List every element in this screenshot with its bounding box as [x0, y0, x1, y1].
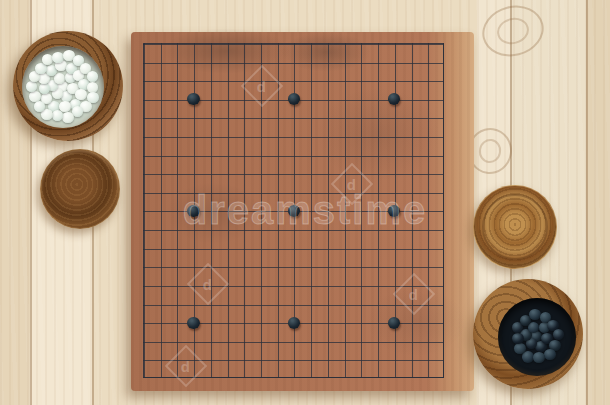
intersection-F18[interactable]	[219, 53, 236, 72]
intersection-K16[interactable]	[286, 90, 303, 109]
intersection-S18[interactable]	[419, 53, 436, 72]
intersection-L11[interactable]	[302, 183, 319, 202]
intersection-E16[interactable]	[202, 90, 219, 109]
intersection-H18[interactable]	[252, 53, 269, 72]
intersection-B3[interactable]	[152, 332, 169, 351]
intersection-N15[interactable]	[336, 109, 353, 128]
intersection-D13[interactable]	[185, 146, 202, 165]
intersection-N17[interactable]	[336, 71, 353, 90]
intersection-R13[interactable]	[403, 146, 420, 165]
intersection-J5[interactable]	[269, 295, 286, 314]
intersection-O16[interactable]	[352, 90, 369, 109]
intersection-C14[interactable]	[169, 127, 186, 146]
intersection-S10[interactable]	[419, 202, 436, 221]
intersection-C8[interactable]	[169, 239, 186, 258]
intersection-O4[interactable]	[352, 313, 369, 332]
intersection-Q16[interactable]	[386, 90, 403, 109]
intersection-L18[interactable]	[302, 53, 319, 72]
intersection-S14[interactable]	[419, 127, 436, 146]
intersection-P8[interactable]	[369, 239, 386, 258]
intersection-F7[interactable]	[219, 258, 236, 277]
intersection-A10[interactable]	[135, 202, 152, 221]
intersection-A15[interactable]	[135, 109, 152, 128]
intersection-G16[interactable]	[235, 90, 252, 109]
intersection-P3[interactable]	[369, 332, 386, 351]
intersection-Q18[interactable]	[386, 53, 403, 72]
intersection-G14[interactable]	[235, 127, 252, 146]
intersection-N10[interactable]	[336, 202, 353, 221]
intersection-F6[interactable]	[219, 276, 236, 295]
intersection-E10[interactable]	[202, 202, 219, 221]
intersection-D1[interactable]	[185, 369, 202, 388]
intersection-J14[interactable]	[269, 127, 286, 146]
intersection-S9[interactable]	[419, 220, 436, 239]
intersection-B6[interactable]	[152, 276, 169, 295]
intersection-E6[interactable]	[202, 276, 219, 295]
intersection-R3[interactable]	[403, 332, 420, 351]
intersection-Q1[interactable]	[386, 369, 403, 388]
intersection-S8[interactable]	[419, 239, 436, 258]
intersection-M5[interactable]	[319, 295, 336, 314]
intersection-J16[interactable]	[269, 90, 286, 109]
intersection-O17[interactable]	[352, 71, 369, 90]
intersection-C18[interactable]	[169, 53, 186, 72]
intersection-P17[interactable]	[369, 71, 386, 90]
intersection-E2[interactable]	[202, 351, 219, 370]
intersection-L6[interactable]	[302, 276, 319, 295]
intersection-N13[interactable]	[336, 146, 353, 165]
intersection-A16[interactable]	[135, 90, 152, 109]
intersection-K18[interactable]	[286, 53, 303, 72]
intersection-A8[interactable]	[135, 239, 152, 258]
intersection-E11[interactable]	[202, 183, 219, 202]
intersection-E14[interactable]	[202, 127, 219, 146]
intersection-R16[interactable]	[403, 90, 420, 109]
intersection-P14[interactable]	[369, 127, 386, 146]
intersection-T15[interactable]	[436, 109, 453, 128]
intersection-C1[interactable]	[169, 369, 186, 388]
intersection-Q13[interactable]	[386, 146, 403, 165]
intersection-E19[interactable]	[202, 34, 219, 53]
intersection-L13[interactable]	[302, 146, 319, 165]
intersection-R7[interactable]	[403, 258, 420, 277]
intersection-J6[interactable]	[269, 276, 286, 295]
intersection-J12[interactable]	[269, 164, 286, 183]
intersection-H19[interactable]	[252, 34, 269, 53]
intersection-M4[interactable]	[319, 313, 336, 332]
intersection-C7[interactable]	[169, 258, 186, 277]
intersection-O14[interactable]	[352, 127, 369, 146]
intersection-J18[interactable]	[269, 53, 286, 72]
intersection-B18[interactable]	[152, 53, 169, 72]
intersection-G5[interactable]	[235, 295, 252, 314]
intersection-J8[interactable]	[269, 239, 286, 258]
intersection-A17[interactable]	[135, 71, 152, 90]
intersection-J9[interactable]	[269, 220, 286, 239]
intersection-F16[interactable]	[219, 90, 236, 109]
intersection-D12[interactable]	[185, 164, 202, 183]
intersection-C4[interactable]	[169, 313, 186, 332]
intersection-D3[interactable]	[185, 332, 202, 351]
intersection-S4[interactable]	[419, 313, 436, 332]
intersection-Q8[interactable]	[386, 239, 403, 258]
intersection-N8[interactable]	[336, 239, 353, 258]
intersection-L10[interactable]	[302, 202, 319, 221]
intersection-K19[interactable]	[286, 34, 303, 53]
intersection-T8[interactable]	[436, 239, 453, 258]
intersection-M7[interactable]	[319, 258, 336, 277]
intersection-P18[interactable]	[369, 53, 386, 72]
intersection-H2[interactable]	[252, 351, 269, 370]
intersection-T7[interactable]	[436, 258, 453, 277]
intersection-L7[interactable]	[302, 258, 319, 277]
intersection-S5[interactable]	[419, 295, 436, 314]
intersection-B10[interactable]	[152, 202, 169, 221]
intersection-E5[interactable]	[202, 295, 219, 314]
intersection-O8[interactable]	[352, 239, 369, 258]
intersection-P4[interactable]	[369, 313, 386, 332]
intersection-D16[interactable]	[185, 90, 202, 109]
intersection-Q11[interactable]	[386, 183, 403, 202]
intersection-J4[interactable]	[269, 313, 286, 332]
intersection-E18[interactable]	[202, 53, 219, 72]
intersection-S7[interactable]	[419, 258, 436, 277]
intersection-T3[interactable]	[436, 332, 453, 351]
intersection-E17[interactable]	[202, 71, 219, 90]
intersection-N4[interactable]	[336, 313, 353, 332]
intersection-F17[interactable]	[219, 71, 236, 90]
intersection-J11[interactable]	[269, 183, 286, 202]
intersection-D7[interactable]	[185, 258, 202, 277]
intersection-K12[interactable]	[286, 164, 303, 183]
intersection-L14[interactable]	[302, 127, 319, 146]
intersection-E15[interactable]	[202, 109, 219, 128]
intersection-L12[interactable]	[302, 164, 319, 183]
intersection-T4[interactable]	[436, 313, 453, 332]
intersection-H16[interactable]	[252, 90, 269, 109]
intersection-A12[interactable]	[135, 164, 152, 183]
intersection-F5[interactable]	[219, 295, 236, 314]
intersection-N19[interactable]	[336, 34, 353, 53]
intersection-R9[interactable]	[403, 220, 420, 239]
intersection-S17[interactable]	[419, 71, 436, 90]
intersection-L9[interactable]	[302, 220, 319, 239]
intersection-K1[interactable]	[286, 369, 303, 388]
intersection-H6[interactable]	[252, 276, 269, 295]
intersection-N9[interactable]	[336, 220, 353, 239]
intersection-A14[interactable]	[135, 127, 152, 146]
intersection-S19[interactable]	[419, 34, 436, 53]
intersection-L16[interactable]	[302, 90, 319, 109]
intersection-E12[interactable]	[202, 164, 219, 183]
intersection-M19[interactable]	[319, 34, 336, 53]
intersection-S13[interactable]	[419, 146, 436, 165]
intersection-K6[interactable]	[286, 276, 303, 295]
intersection-M8[interactable]	[319, 239, 336, 258]
intersection-L5[interactable]	[302, 295, 319, 314]
intersection-F8[interactable]	[219, 239, 236, 258]
intersection-P7[interactable]	[369, 258, 386, 277]
intersection-C17[interactable]	[169, 71, 186, 90]
intersection-L1[interactable]	[302, 369, 319, 388]
intersection-P10[interactable]	[369, 202, 386, 221]
intersection-E4[interactable]	[202, 313, 219, 332]
intersection-R5[interactable]	[403, 295, 420, 314]
intersection-Q7[interactable]	[386, 258, 403, 277]
intersection-N12[interactable]	[336, 164, 353, 183]
intersection-C12[interactable]	[169, 164, 186, 183]
intersection-K13[interactable]	[286, 146, 303, 165]
intersection-R18[interactable]	[403, 53, 420, 72]
intersection-A7[interactable]	[135, 258, 152, 277]
intersection-K2[interactable]	[286, 351, 303, 370]
intersection-B19[interactable]	[152, 34, 169, 53]
intersection-K7[interactable]	[286, 258, 303, 277]
intersection-C2[interactable]	[169, 351, 186, 370]
intersection-O11[interactable]	[352, 183, 369, 202]
intersection-N2[interactable]	[336, 351, 353, 370]
intersection-M6[interactable]	[319, 276, 336, 295]
intersection-G4[interactable]	[235, 313, 252, 332]
intersection-K9[interactable]	[286, 220, 303, 239]
intersection-B14[interactable]	[152, 127, 169, 146]
intersection-D14[interactable]	[185, 127, 202, 146]
intersection-M14[interactable]	[319, 127, 336, 146]
intersection-L3[interactable]	[302, 332, 319, 351]
intersection-C13[interactable]	[169, 146, 186, 165]
intersection-F2[interactable]	[219, 351, 236, 370]
intersection-C10[interactable]	[169, 202, 186, 221]
intersection-A2[interactable]	[135, 351, 152, 370]
intersection-A11[interactable]	[135, 183, 152, 202]
intersection-J1[interactable]	[269, 369, 286, 388]
intersection-O7[interactable]	[352, 258, 369, 277]
intersection-B13[interactable]	[152, 146, 169, 165]
intersection-J13[interactable]	[269, 146, 286, 165]
intersection-O9[interactable]	[352, 220, 369, 239]
intersection-H14[interactable]	[252, 127, 269, 146]
intersection-R8[interactable]	[403, 239, 420, 258]
intersection-H8[interactable]	[252, 239, 269, 258]
intersection-N7[interactable]	[336, 258, 353, 277]
intersection-F13[interactable]	[219, 146, 236, 165]
intersection-C5[interactable]	[169, 295, 186, 314]
intersection-K3[interactable]	[286, 332, 303, 351]
intersection-Q3[interactable]	[386, 332, 403, 351]
intersection-M13[interactable]	[319, 146, 336, 165]
intersection-Q2[interactable]	[386, 351, 403, 370]
intersection-N5[interactable]	[336, 295, 353, 314]
intersection-E8[interactable]	[202, 239, 219, 258]
intersection-T11[interactable]	[436, 183, 453, 202]
intersection-F1[interactable]	[219, 369, 236, 388]
intersection-O6[interactable]	[352, 276, 369, 295]
intersection-M10[interactable]	[319, 202, 336, 221]
intersection-S15[interactable]	[419, 109, 436, 128]
intersection-J7[interactable]	[269, 258, 286, 277]
intersection-Q12[interactable]	[386, 164, 403, 183]
intersection-Q19[interactable]	[386, 34, 403, 53]
intersection-G17[interactable]	[235, 71, 252, 90]
intersection-T18[interactable]	[436, 53, 453, 72]
intersection-K10[interactable]	[286, 202, 303, 221]
intersection-G11[interactable]	[235, 183, 252, 202]
intersection-F19[interactable]	[219, 34, 236, 53]
intersection-F15[interactable]	[219, 109, 236, 128]
intersection-H12[interactable]	[252, 164, 269, 183]
intersection-S12[interactable]	[419, 164, 436, 183]
intersection-A1[interactable]	[135, 369, 152, 388]
intersection-E7[interactable]	[202, 258, 219, 277]
intersection-A19[interactable]	[135, 34, 152, 53]
intersection-T19[interactable]	[436, 34, 453, 53]
intersection-F12[interactable]	[219, 164, 236, 183]
intersection-C19[interactable]	[169, 34, 186, 53]
intersection-K8[interactable]	[286, 239, 303, 258]
intersection-G7[interactable]	[235, 258, 252, 277]
intersection-T14[interactable]	[436, 127, 453, 146]
intersection-C6[interactable]	[169, 276, 186, 295]
intersection-D17[interactable]	[185, 71, 202, 90]
intersection-G19[interactable]	[235, 34, 252, 53]
intersection-C16[interactable]	[169, 90, 186, 109]
intersection-B17[interactable]	[152, 71, 169, 90]
intersection-P5[interactable]	[369, 295, 386, 314]
intersection-B11[interactable]	[152, 183, 169, 202]
intersection-A3[interactable]	[135, 332, 152, 351]
intersection-G12[interactable]	[235, 164, 252, 183]
intersection-R10[interactable]	[403, 202, 420, 221]
intersection-M15[interactable]	[319, 109, 336, 128]
intersection-L8[interactable]	[302, 239, 319, 258]
intersection-L19[interactable]	[302, 34, 319, 53]
intersection-G9[interactable]	[235, 220, 252, 239]
intersection-M18[interactable]	[319, 53, 336, 72]
intersection-G13[interactable]	[235, 146, 252, 165]
intersection-Q4[interactable]	[386, 313, 403, 332]
intersection-G8[interactable]	[235, 239, 252, 258]
intersection-B9[interactable]	[152, 220, 169, 239]
intersection-P11[interactable]	[369, 183, 386, 202]
intersection-R11[interactable]	[403, 183, 420, 202]
intersection-N1[interactable]	[336, 369, 353, 388]
intersection-G1[interactable]	[235, 369, 252, 388]
intersection-G15[interactable]	[235, 109, 252, 128]
intersection-H4[interactable]	[252, 313, 269, 332]
intersection-S1[interactable]	[419, 369, 436, 388]
intersection-L15[interactable]	[302, 109, 319, 128]
intersection-A18[interactable]	[135, 53, 152, 72]
intersection-D15[interactable]	[185, 109, 202, 128]
intersection-B7[interactable]	[152, 258, 169, 277]
intersection-R19[interactable]	[403, 34, 420, 53]
intersection-K17[interactable]	[286, 71, 303, 90]
intersection-K11[interactable]	[286, 183, 303, 202]
intersection-B12[interactable]	[152, 164, 169, 183]
intersection-E3[interactable]	[202, 332, 219, 351]
intersection-O13[interactable]	[352, 146, 369, 165]
intersection-N6[interactable]	[336, 276, 353, 295]
intersection-K4[interactable]	[286, 313, 303, 332]
intersection-D11[interactable]	[185, 183, 202, 202]
intersection-O3[interactable]	[352, 332, 369, 351]
intersection-S2[interactable]	[419, 351, 436, 370]
intersection-K14[interactable]	[286, 127, 303, 146]
intersection-P13[interactable]	[369, 146, 386, 165]
intersection-E13[interactable]	[202, 146, 219, 165]
intersection-O1[interactable]	[352, 369, 369, 388]
intersection-C9[interactable]	[169, 220, 186, 239]
intersection-Q9[interactable]	[386, 220, 403, 239]
intersection-M17[interactable]	[319, 71, 336, 90]
intersection-L17[interactable]	[302, 71, 319, 90]
intersection-P2[interactable]	[369, 351, 386, 370]
intersection-N11[interactable]	[336, 183, 353, 202]
intersection-A4[interactable]	[135, 313, 152, 332]
intersection-H7[interactable]	[252, 258, 269, 277]
intersection-R14[interactable]	[403, 127, 420, 146]
intersection-A6[interactable]	[135, 276, 152, 295]
intersection-H17[interactable]	[252, 71, 269, 90]
intersection-J2[interactable]	[269, 351, 286, 370]
intersection-H3[interactable]	[252, 332, 269, 351]
intersection-H10[interactable]	[252, 202, 269, 221]
intersection-S6[interactable]	[419, 276, 436, 295]
intersection-J15[interactable]	[269, 109, 286, 128]
intersection-H9[interactable]	[252, 220, 269, 239]
intersection-F9[interactable]	[219, 220, 236, 239]
intersection-N3[interactable]	[336, 332, 353, 351]
intersection-D4[interactable]	[185, 313, 202, 332]
intersection-C15[interactable]	[169, 109, 186, 128]
intersection-B4[interactable]	[152, 313, 169, 332]
intersection-H13[interactable]	[252, 146, 269, 165]
intersection-E9[interactable]	[202, 220, 219, 239]
intersection-T9[interactable]	[436, 220, 453, 239]
intersection-P6[interactable]	[369, 276, 386, 295]
intersection-T12[interactable]	[436, 164, 453, 183]
intersection-R1[interactable]	[403, 369, 420, 388]
intersection-B8[interactable]	[152, 239, 169, 258]
intersection-R15[interactable]	[403, 109, 420, 128]
intersection-A13[interactable]	[135, 146, 152, 165]
intersection-Q6[interactable]	[386, 276, 403, 295]
intersection-F11[interactable]	[219, 183, 236, 202]
intersection-T10[interactable]	[436, 202, 453, 221]
intersection-M2[interactable]	[319, 351, 336, 370]
intersection-P9[interactable]	[369, 220, 386, 239]
intersection-T13[interactable]	[436, 146, 453, 165]
intersection-D2[interactable]	[185, 351, 202, 370]
intersection-D9[interactable]	[185, 220, 202, 239]
intersection-Q10[interactable]	[386, 202, 403, 221]
intersection-S11[interactable]	[419, 183, 436, 202]
intersection-N14[interactable]	[336, 127, 353, 146]
intersection-J10[interactable]	[269, 202, 286, 221]
intersection-J17[interactable]	[269, 71, 286, 90]
intersection-D18[interactable]	[185, 53, 202, 72]
intersection-L4[interactable]	[302, 313, 319, 332]
intersection-B1[interactable]	[152, 369, 169, 388]
intersection-T1[interactable]	[436, 369, 453, 388]
intersection-K15[interactable]	[286, 109, 303, 128]
intersection-F14[interactable]	[219, 127, 236, 146]
intersection-D8[interactable]	[185, 239, 202, 258]
intersection-A5[interactable]	[135, 295, 152, 314]
intersection-Q14[interactable]	[386, 127, 403, 146]
intersection-R2[interactable]	[403, 351, 420, 370]
intersection-O2[interactable]	[352, 351, 369, 370]
